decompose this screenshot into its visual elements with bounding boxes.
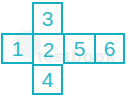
face-number: 1: [12, 38, 24, 59]
net-cell-face-4: 4: [32, 64, 63, 95]
net-cell-empty: [63, 64, 94, 95]
face-number: 6: [104, 38, 116, 59]
net-cell-empty: [94, 2, 125, 33]
net-cell-empty: [63, 2, 94, 33]
net-cell-empty: [94, 64, 125, 95]
net-cell-face-3: 3: [32, 2, 63, 33]
cube-net-grid: 3 1 2 5 6 4: [1, 2, 125, 95]
net-cell-empty: [1, 64, 32, 95]
face-number: 2: [43, 39, 55, 60]
net-cell-face-1: 1: [1, 33, 32, 64]
net-cell-face-5: 5: [63, 33, 94, 64]
net-cell-face-2: 2: [32, 33, 63, 64]
face-number: 5: [74, 38, 86, 59]
net-cell-face-6: 6: [94, 33, 125, 64]
cube-net-diagram: testbook 3 1 2 5 6 4: [0, 0, 129, 97]
face-number: 3: [42, 8, 54, 29]
net-cell-empty: [1, 2, 32, 33]
face-number: 4: [42, 69, 54, 90]
